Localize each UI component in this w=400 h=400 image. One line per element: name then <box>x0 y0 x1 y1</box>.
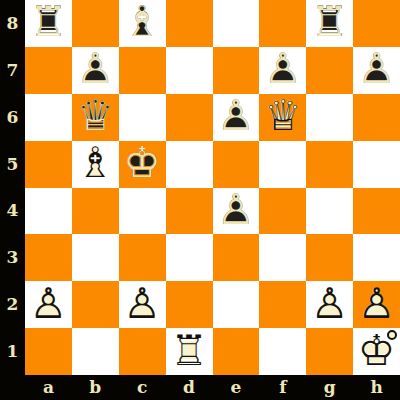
rank-label-4: 4 <box>0 188 25 235</box>
rank-label-3: 3 <box>0 234 25 281</box>
square-h7[interactable]: ♟♙ <box>353 47 400 94</box>
black-rook[interactable]: ♜♖ <box>25 0 72 47</box>
black-pawn[interactable]: ♟♙ <box>213 94 260 141</box>
square-d2[interactable] <box>166 281 213 328</box>
square-e3[interactable] <box>213 234 260 281</box>
black-queen[interactable]: ♛♕ <box>72 94 119 141</box>
square-g5[interactable] <box>306 141 353 188</box>
black-bishop[interactable]: ♝♗ <box>119 0 166 47</box>
square-f4[interactable] <box>259 188 306 235</box>
rank-label-7: 7 <box>0 47 25 94</box>
square-e6[interactable]: ♟♙ <box>213 94 260 141</box>
square-b1[interactable] <box>72 328 119 375</box>
square-g1[interactable] <box>306 328 353 375</box>
rank-label-5: 5 <box>0 141 25 188</box>
square-g7[interactable] <box>306 47 353 94</box>
square-f8[interactable] <box>259 0 306 47</box>
file-label-b: b <box>72 375 119 400</box>
square-f6[interactable]: ♛♕ <box>259 94 306 141</box>
square-g8[interactable]: ♜♖ <box>306 0 353 47</box>
square-e8[interactable] <box>213 0 260 47</box>
square-b5[interactable]: ♝♗ <box>72 141 119 188</box>
file-label-f: f <box>259 375 306 400</box>
square-f1[interactable] <box>259 328 306 375</box>
square-c7[interactable] <box>119 47 166 94</box>
square-e1[interactable] <box>213 328 260 375</box>
file-label-g: g <box>306 375 353 400</box>
square-g2[interactable]: ♟♙ <box>306 281 353 328</box>
square-b4[interactable] <box>72 188 119 235</box>
square-a3[interactable] <box>25 234 72 281</box>
square-d6[interactable] <box>166 94 213 141</box>
square-d5[interactable] <box>166 141 213 188</box>
chess-puzzle-diagram: ♜♖♝♗♜♖♟♙♟♙♟♙♛♕♟♙♛♕♝♗♚♔♟♙♟♙♟♙♟♙♟♙♜♖♚♔ 876… <box>0 0 400 400</box>
white-bishop[interactable]: ♝♗ <box>72 141 119 188</box>
square-d1[interactable]: ♜♖ <box>166 328 213 375</box>
square-d4[interactable] <box>166 188 213 235</box>
white-pawn[interactable]: ♟♙ <box>306 281 353 328</box>
file-label-a: a <box>25 375 72 400</box>
square-a5[interactable] <box>25 141 72 188</box>
square-a4[interactable] <box>25 188 72 235</box>
chess-board: ♜♖♝♗♜♖♟♙♟♙♟♙♛♕♟♙♛♕♝♗♚♔♟♙♟♙♟♙♟♙♟♙♜♖♚♔ <box>25 0 400 375</box>
square-h8[interactable] <box>353 0 400 47</box>
square-c4[interactable] <box>119 188 166 235</box>
square-d7[interactable] <box>166 47 213 94</box>
square-c2[interactable]: ♟♙ <box>119 281 166 328</box>
square-h1[interactable]: ♚♔ <box>353 328 400 375</box>
square-b7[interactable]: ♟♙ <box>72 47 119 94</box>
square-e2[interactable] <box>213 281 260 328</box>
square-f2[interactable] <box>259 281 306 328</box>
square-a2[interactable]: ♟♙ <box>25 281 72 328</box>
square-e7[interactable] <box>213 47 260 94</box>
square-g4[interactable] <box>306 188 353 235</box>
white-pawn[interactable]: ♟♙ <box>353 281 400 328</box>
square-f7[interactable]: ♟♙ <box>259 47 306 94</box>
white-queen[interactable]: ♛♕ <box>259 94 306 141</box>
square-c6[interactable] <box>119 94 166 141</box>
white-pawn[interactable]: ♟♙ <box>25 281 72 328</box>
square-a8[interactable]: ♜♖ <box>25 0 72 47</box>
square-e5[interactable] <box>213 141 260 188</box>
square-f5[interactable] <box>259 141 306 188</box>
square-h6[interactable] <box>353 94 400 141</box>
file-label-e: e <box>213 375 260 400</box>
rank-label-8: 8 <box>0 0 25 47</box>
square-d8[interactable] <box>166 0 213 47</box>
file-label-d: d <box>166 375 213 400</box>
square-a7[interactable] <box>25 47 72 94</box>
file-labels: abcdefgh <box>25 375 400 400</box>
square-b8[interactable] <box>72 0 119 47</box>
white-rook[interactable]: ♜♖ <box>166 328 213 375</box>
square-b6[interactable]: ♛♕ <box>72 94 119 141</box>
black-pawn[interactable]: ♟♙ <box>213 188 260 235</box>
rank-label-6: 6 <box>0 94 25 141</box>
black-king[interactable]: ♚♔ <box>119 141 166 188</box>
square-h4[interactable] <box>353 188 400 235</box>
square-c8[interactable]: ♝♗ <box>119 0 166 47</box>
square-b2[interactable] <box>72 281 119 328</box>
square-e4[interactable]: ♟♙ <box>213 188 260 235</box>
square-h5[interactable] <box>353 141 400 188</box>
black-rook[interactable]: ♜♖ <box>306 0 353 47</box>
white-pawn[interactable]: ♟♙ <box>119 281 166 328</box>
square-c3[interactable] <box>119 234 166 281</box>
rank-label-2: 2 <box>0 281 25 328</box>
file-label-c: c <box>119 375 166 400</box>
square-d3[interactable] <box>166 234 213 281</box>
square-c5[interactable]: ♚♔ <box>119 141 166 188</box>
square-b3[interactable] <box>72 234 119 281</box>
black-pawn[interactable]: ♟♙ <box>353 47 400 94</box>
square-a6[interactable] <box>25 94 72 141</box>
square-g6[interactable] <box>306 94 353 141</box>
square-h2[interactable]: ♟♙ <box>353 281 400 328</box>
black-pawn[interactable]: ♟♙ <box>259 47 306 94</box>
rank-labels: 87654321 <box>0 0 25 375</box>
rank-label-1: 1 <box>0 328 25 375</box>
square-h3[interactable] <box>353 234 400 281</box>
square-f3[interactable] <box>259 234 306 281</box>
square-c1[interactable] <box>119 328 166 375</box>
black-pawn[interactable]: ♟♙ <box>72 47 119 94</box>
square-a1[interactable] <box>25 328 72 375</box>
file-label-h: h <box>353 375 400 400</box>
square-g3[interactable] <box>306 234 353 281</box>
